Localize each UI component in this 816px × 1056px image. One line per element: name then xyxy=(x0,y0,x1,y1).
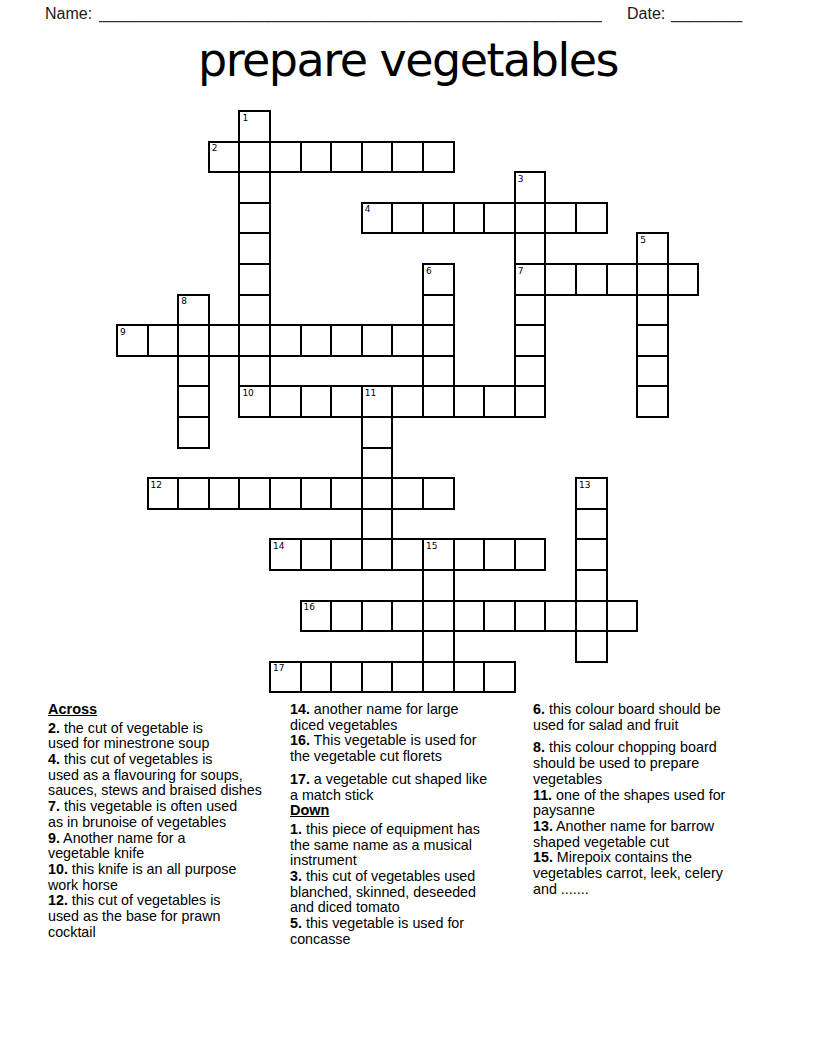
clue-text: this cut of vegetables is used as a flav… xyxy=(48,751,262,798)
grid-cell-r18c7[interactable] xyxy=(330,661,363,694)
grid-cell-r14c13[interactable] xyxy=(514,538,547,571)
clue-d11: 11. one of the shapes used for paysanne xyxy=(533,788,775,819)
grid-cell-r6c2[interactable]: 8 xyxy=(177,294,210,327)
grid-cell-r14c15[interactable] xyxy=(575,538,608,571)
grid-cell-r14c7[interactable] xyxy=(330,538,363,571)
clue-number: 12. xyxy=(48,892,68,908)
clue-text: this colour chopping board should be use… xyxy=(533,739,717,786)
grid-cell-r13c15[interactable] xyxy=(575,508,608,541)
grid-cell-r8c2[interactable] xyxy=(177,355,210,388)
grid-cell-r1c6[interactable] xyxy=(300,141,333,174)
grid-cell-r9c17[interactable] xyxy=(636,385,669,418)
clue-number: 9. xyxy=(48,830,60,846)
grid-cell-r6c10[interactable] xyxy=(422,294,455,327)
grid-cell-r1c4[interactable] xyxy=(238,141,271,174)
grid-cell-r12c4[interactable] xyxy=(238,477,271,510)
grid-cell-r18c10[interactable] xyxy=(422,661,455,694)
clue-d8: 8. this colour chopping board should be … xyxy=(533,740,775,787)
grid-cell-r5c14[interactable] xyxy=(544,263,577,296)
grid-cell-r1c8[interactable] xyxy=(361,141,394,174)
clue-column-left: Across2. the cut of vegetable is used fo… xyxy=(48,702,290,940)
grid-cell-r9c9[interactable] xyxy=(391,385,424,418)
grid-cell-r12c2[interactable] xyxy=(177,477,210,510)
grid-cell-r16c7[interactable] xyxy=(330,600,363,633)
clue-text: another name for large diced vegetables xyxy=(290,701,459,733)
grid-cell-r3c9[interactable] xyxy=(391,202,424,235)
grid-cell-r17c15[interactable] xyxy=(575,630,608,663)
clue-column-right: 6. this colour board should be used for … xyxy=(533,702,775,897)
grid-cell-r13c8[interactable] xyxy=(361,508,394,541)
name-label: Name: xyxy=(45,5,92,23)
clue-a9: 9. Another name for a vegetable knife xyxy=(48,831,290,862)
clue-number: 13. xyxy=(533,818,553,834)
clue-number: 17. xyxy=(290,771,310,787)
grid-cell-r9c5[interactable] xyxy=(269,385,302,418)
grid-cell-r12c7[interactable] xyxy=(330,477,363,510)
grid-cell-r3c10[interactable] xyxy=(422,202,455,235)
grid-cell-r3c13[interactable] xyxy=(514,202,547,235)
grid-cell-r18c6[interactable] xyxy=(300,661,333,694)
grid-cell-r5c17[interactable] xyxy=(636,263,669,296)
grid-cell-r10c8[interactable] xyxy=(361,416,394,449)
grid-cell-r7c1[interactable] xyxy=(147,324,180,357)
clue-text: this cut of vegetables used blanched, sk… xyxy=(290,868,476,915)
clue-number: 7. xyxy=(48,798,60,814)
grid-cell-r7c2[interactable] xyxy=(177,324,210,357)
clue-a16: 16. This vegetable is used for the veget… xyxy=(290,733,532,764)
grid-cell-r5c16[interactable] xyxy=(606,263,639,296)
cell-number: 4 xyxy=(365,204,371,214)
cell-number: 17 xyxy=(273,663,284,673)
grid-cell-r7c0[interactable]: 9 xyxy=(116,324,149,357)
grid-cell-r14c10[interactable]: 15 xyxy=(422,538,455,571)
grid-cell-r12c10[interactable] xyxy=(422,477,455,510)
clue-text: a vegetable cut shaped like a match stic… xyxy=(290,771,487,803)
puzzle-title: prepare vegetables xyxy=(0,33,816,87)
grid-cell-r9c6[interactable] xyxy=(300,385,333,418)
clue-number: 6. xyxy=(533,701,545,717)
grid-cell-r18c5[interactable]: 17 xyxy=(269,661,302,694)
grid-cell-r7c7[interactable] xyxy=(330,324,363,357)
cell-number: 15 xyxy=(426,541,437,551)
grid-cell-r8c13[interactable] xyxy=(514,355,547,388)
clue-text: this cut of vegetables is used as the ba… xyxy=(48,892,220,939)
clue-text: Another name for barrow shaped vegetable… xyxy=(533,818,714,850)
grid-cell-r16c9[interactable] xyxy=(391,600,424,633)
grid-cell-r12c15[interactable]: 13 xyxy=(575,477,608,510)
cell-number: 1 xyxy=(242,113,248,123)
cell-number: 12 xyxy=(151,480,162,490)
grid-cell-r7c13[interactable] xyxy=(514,324,547,357)
clue-number: 4. xyxy=(48,751,60,767)
grid-cell-r3c8[interactable]: 4 xyxy=(361,202,394,235)
cell-number: 16 xyxy=(304,602,315,612)
clue-text: this vegetable is often used as in bruno… xyxy=(48,798,237,830)
grid-cell-r1c9[interactable] xyxy=(391,141,424,174)
grid-cell-r5c18[interactable] xyxy=(667,263,700,296)
grid-cell-r10c2[interactable] xyxy=(177,416,210,449)
clue-d6: 6. this colour board should be used for … xyxy=(533,702,775,733)
grid-cell-r5c10[interactable]: 6 xyxy=(422,263,455,296)
clue-d1: 1. this piece of equipment has the same … xyxy=(290,822,532,869)
grid-cell-r16c16[interactable] xyxy=(606,600,639,633)
grid-cell-r1c10[interactable] xyxy=(422,141,455,174)
clue-text: Another name for a vegetable knife xyxy=(48,830,186,862)
down-header: Down xyxy=(290,803,532,819)
grid-cell-r12c6[interactable] xyxy=(300,477,333,510)
clue-text: this colour board should be used for sal… xyxy=(533,701,721,733)
grid-cell-r5c4[interactable] xyxy=(238,263,271,296)
clue-column-middle: 14. another name for large diced vegetab… xyxy=(290,702,532,947)
grid-cell-r4c13[interactable] xyxy=(514,232,547,265)
grid-cell-r11c8[interactable] xyxy=(361,447,394,480)
clue-text: this vegetable is used for concasse xyxy=(290,915,464,947)
grid-cell-r9c8[interactable]: 11 xyxy=(361,385,394,418)
grid-cell-r12c8[interactable] xyxy=(361,477,394,510)
clue-number: 1. xyxy=(290,821,302,837)
grid-cell-r15c15[interactable] xyxy=(575,569,608,602)
grid-cell-r5c15[interactable] xyxy=(575,263,608,296)
clue-d5: 5. this vegetable is used for concasse xyxy=(290,916,532,947)
grid-cell-r18c12[interactable] xyxy=(483,661,516,694)
grid-cell-r9c13[interactable] xyxy=(514,385,547,418)
grid-cell-r9c12[interactable] xyxy=(483,385,516,418)
grid-cell-r3c11[interactable] xyxy=(453,202,486,235)
grid-cell-r14c8[interactable] xyxy=(361,538,394,571)
grid-cell-r16c13[interactable] xyxy=(514,600,547,633)
clue-a10: 10. this knife is an all purpose work ho… xyxy=(48,862,290,893)
clue-number: 2. xyxy=(48,720,60,736)
grid-cell-r0c4[interactable]: 1 xyxy=(238,110,271,143)
cell-number: 3 xyxy=(518,174,524,184)
across-header: Across xyxy=(48,702,290,718)
clue-number: 11. xyxy=(533,787,552,803)
grid-cell-r1c7[interactable] xyxy=(330,141,363,174)
cell-number: 2 xyxy=(212,143,218,153)
clue-text: the cut of vegetable is used for minestr… xyxy=(48,720,209,752)
grid-cell-r1c3[interactable]: 2 xyxy=(208,141,241,174)
grid-cell-r8c10[interactable] xyxy=(422,355,455,388)
grid-cell-r7c4[interactable] xyxy=(238,324,271,357)
clue-a7: 7. this vegetable is often used as in br… xyxy=(48,799,290,830)
cell-number: 11 xyxy=(365,388,376,398)
grid-cell-r12c5[interactable] xyxy=(269,477,302,510)
grid-cell-r9c10[interactable] xyxy=(422,385,455,418)
grid-cell-r5c13[interactable]: 7 xyxy=(514,263,547,296)
grid-cell-r18c11[interactable] xyxy=(453,661,486,694)
grid-cell-r7c5[interactable] xyxy=(269,324,302,357)
clue-a12: 12. this cut of vegetables is used as th… xyxy=(48,893,290,940)
grid-cell-r7c3[interactable] xyxy=(208,324,241,357)
grid-cell-r16c6[interactable]: 16 xyxy=(300,600,333,633)
date-label: Date: xyxy=(627,5,665,23)
grid-cell-r9c11[interactable] xyxy=(453,385,486,418)
clue-text: this piece of equipment has the same nam… xyxy=(290,821,480,868)
grid-cell-r7c10[interactable] xyxy=(422,324,455,357)
grid-cell-r18c8[interactable] xyxy=(361,661,394,694)
clue-a17: 17. a vegetable cut shaped like a match … xyxy=(290,772,532,803)
date-blank-line[interactable]: ________ xyxy=(671,5,743,29)
clue-text: This vegetable is used for the vegetable… xyxy=(290,732,477,764)
clue-text: this knife is an all purpose work horse xyxy=(48,861,236,893)
clue-number: 5. xyxy=(290,915,302,931)
cell-number: 7 xyxy=(518,266,524,276)
worksheet-header: Name: __________________________________… xyxy=(0,5,816,31)
grid-cell-r16c14[interactable] xyxy=(544,600,577,633)
grid-cell-r15c10[interactable] xyxy=(422,569,455,602)
grid-cell-r7c17[interactable] xyxy=(636,324,669,357)
grid-cell-r14c6[interactable] xyxy=(300,538,333,571)
cell-number: 14 xyxy=(273,541,284,551)
clue-d13: 13. Another name for barrow shaped veget… xyxy=(533,819,775,850)
grid-cell-r9c2[interactable] xyxy=(177,385,210,418)
grid-cell-r4c4[interactable] xyxy=(238,232,271,265)
grid-cell-r16c11[interactable] xyxy=(453,600,486,633)
grid-cell-r2c4[interactable] xyxy=(238,171,271,204)
clue-number: 3. xyxy=(290,868,302,884)
grid-cell-r16c8[interactable] xyxy=(361,600,394,633)
cell-number: 9 xyxy=(120,327,126,337)
grid-cell-r9c4[interactable]: 10 xyxy=(238,385,271,418)
cell-number: 5 xyxy=(640,235,646,245)
grid-cell-r3c14[interactable] xyxy=(544,202,577,235)
grid-cell-r17c10[interactable] xyxy=(422,630,455,663)
grid-cell-r9c7[interactable] xyxy=(330,385,363,418)
grid-cell-r1c5[interactable] xyxy=(269,141,302,174)
grid-cell-r14c11[interactable] xyxy=(453,538,486,571)
clue-number: 14. xyxy=(290,701,310,717)
grid-cell-r3c15[interactable] xyxy=(575,202,608,235)
clue-a2: 2. the cut of vegetable is used for mine… xyxy=(48,721,290,752)
cell-number: 13 xyxy=(579,480,590,490)
clue-a14: 14. another name for large diced vegetab… xyxy=(290,702,532,733)
grid-cell-r6c4[interactable] xyxy=(238,294,271,327)
grid-cell-r14c5[interactable]: 14 xyxy=(269,538,302,571)
crossword-grid: 1234567891011121314151617 xyxy=(117,111,700,694)
grid-cell-r6c17[interactable] xyxy=(636,294,669,327)
grid-cell-r12c1[interactable]: 12 xyxy=(147,477,180,510)
cell-number: 8 xyxy=(181,296,187,306)
name-blank-line[interactable]: ________________________________________… xyxy=(99,5,602,29)
grid-cell-r8c4[interactable] xyxy=(238,355,271,388)
grid-cell-r18c9[interactable] xyxy=(391,661,424,694)
clue-number: 8. xyxy=(533,739,545,755)
grid-cell-r16c12[interactable] xyxy=(483,600,516,633)
clue-d15: 15. Mirepoix contains the vegetables car… xyxy=(533,850,775,897)
clue-d3: 3. this cut of vegetables used blanched,… xyxy=(290,869,532,916)
grid-cell-r14c12[interactable] xyxy=(483,538,516,571)
cell-number: 6 xyxy=(426,266,432,276)
grid-cell-r8c17[interactable] xyxy=(636,355,669,388)
grid-cell-r16c10[interactable] xyxy=(422,600,455,633)
grid-cell-r12c9[interactable] xyxy=(391,477,424,510)
grid-cell-r12c3[interactable] xyxy=(208,477,241,510)
grid-cell-r2c13[interactable]: 3 xyxy=(514,171,547,204)
grid-cell-r3c12[interactable] xyxy=(483,202,516,235)
cell-number: 10 xyxy=(242,388,253,398)
clue-text: one of the shapes used for paysanne xyxy=(533,787,725,819)
clue-text: Mirepoix contains the vegetables carrot,… xyxy=(533,849,723,896)
grid-cell-r4c17[interactable]: 5 xyxy=(636,232,669,265)
clue-a4: 4. this cut of vegetables is used as a f… xyxy=(48,752,290,799)
grid-cell-r16c15[interactable] xyxy=(575,600,608,633)
grid-cell-r7c9[interactable] xyxy=(391,324,424,357)
grid-cell-r14c9[interactable] xyxy=(391,538,424,571)
grid-cell-r6c13[interactable] xyxy=(514,294,547,327)
clue-number: 10. xyxy=(48,861,68,877)
grid-cell-r7c6[interactable] xyxy=(300,324,333,357)
clue-number: 15. xyxy=(533,849,553,865)
grid-cell-r7c8[interactable] xyxy=(361,324,394,357)
clue-number: 16. xyxy=(290,732,310,748)
grid-cell-r3c4[interactable] xyxy=(238,202,271,235)
